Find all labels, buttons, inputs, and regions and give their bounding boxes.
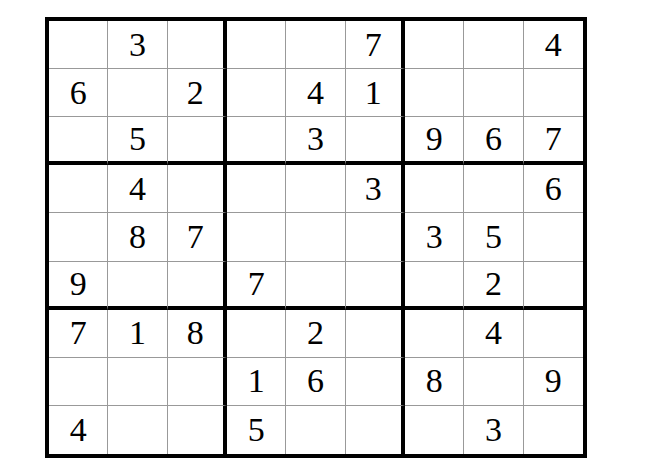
cell-r5c6[interactable] [346, 213, 405, 261]
given-digit: 3 [365, 172, 382, 206]
given-digit: 6 [485, 122, 502, 156]
given-digit: 1 [129, 316, 146, 350]
given-digit: 7 [365, 28, 382, 62]
given-digit: 5 [248, 413, 265, 447]
cell-r8c1[interactable] [49, 358, 108, 406]
given-digit: 8 [426, 364, 443, 398]
given-digit: 4 [545, 28, 562, 62]
cell-r7c6[interactable] [346, 310, 405, 358]
given-digit: 9 [426, 122, 443, 156]
given-digit: 9 [70, 267, 87, 301]
cell-r8c4[interactable]: 1 [227, 358, 286, 406]
cell-r4c6[interactable]: 3 [346, 165, 405, 213]
cell-r5c9[interactable] [524, 213, 583, 261]
given-digit: 6 [70, 76, 87, 110]
cell-r5c3[interactable]: 7 [168, 213, 227, 261]
cell-r9c4[interactable]: 5 [227, 406, 286, 454]
cell-r5c8[interactable]: 5 [464, 213, 523, 261]
given-digit: 3 [485, 413, 502, 447]
cell-r6c3[interactable] [168, 262, 227, 310]
given-digit: 6 [307, 364, 324, 398]
cell-r8c2[interactable] [108, 358, 167, 406]
given-digit: 4 [70, 413, 87, 447]
cell-r7c9[interactable] [524, 310, 583, 358]
cell-r6c7[interactable] [405, 262, 464, 310]
cell-r3c8[interactable]: 6 [464, 117, 523, 165]
cell-r4c5[interactable] [286, 165, 345, 213]
cell-r3c6[interactable] [346, 117, 405, 165]
cell-r3c5[interactable]: 3 [286, 117, 345, 165]
given-digit: 4 [485, 316, 502, 350]
cell-r7c7[interactable] [405, 310, 464, 358]
cell-r5c2[interactable]: 8 [108, 213, 167, 261]
cell-r7c2[interactable]: 1 [108, 310, 167, 358]
cell-r3c2[interactable]: 5 [108, 117, 167, 165]
cell-r3c9[interactable]: 7 [524, 117, 583, 165]
cell-r8c5[interactable]: 6 [286, 358, 345, 406]
cell-r1c3[interactable] [168, 21, 227, 69]
cell-r6c5[interactable] [286, 262, 345, 310]
cell-r3c4[interactable] [227, 117, 286, 165]
cell-r1c5[interactable] [286, 21, 345, 69]
cell-r2c6[interactable]: 1 [346, 69, 405, 117]
cell-r3c1[interactable] [49, 117, 108, 165]
cell-r9c3[interactable] [168, 406, 227, 454]
given-digit: 7 [545, 122, 562, 156]
cell-r9c9[interactable] [524, 406, 583, 454]
cell-r6c1[interactable]: 9 [49, 262, 108, 310]
cell-r7c3[interactable]: 8 [168, 310, 227, 358]
given-digit: 3 [129, 28, 146, 62]
cell-r1c2[interactable]: 3 [108, 21, 167, 69]
cell-r8c7[interactable]: 8 [405, 358, 464, 406]
given-digit: 7 [187, 220, 204, 254]
cell-r7c5[interactable]: 2 [286, 310, 345, 358]
cell-r1c7[interactable] [405, 21, 464, 69]
cell-r2c7[interactable] [405, 69, 464, 117]
given-digit: 2 [307, 316, 324, 350]
cell-r1c4[interactable] [227, 21, 286, 69]
cell-r8c8[interactable] [464, 358, 523, 406]
cell-r4c2[interactable]: 4 [108, 165, 167, 213]
cell-r9c1[interactable]: 4 [49, 406, 108, 454]
cell-r7c1[interactable]: 7 [49, 310, 108, 358]
cell-r5c1[interactable] [49, 213, 108, 261]
cell-r3c7[interactable]: 9 [405, 117, 464, 165]
cell-r8c6[interactable] [346, 358, 405, 406]
sudoku-board: 3746241539674368735972718241689453 [45, 17, 587, 458]
given-digit: 7 [248, 267, 265, 301]
cell-r5c5[interactable] [286, 213, 345, 261]
given-digit: 5 [129, 122, 146, 156]
cell-r6c6[interactable] [346, 262, 405, 310]
cell-r1c9[interactable]: 4 [524, 21, 583, 69]
cell-r2c9[interactable] [524, 69, 583, 117]
cell-r6c4[interactable]: 7 [227, 262, 286, 310]
cell-r9c6[interactable] [346, 406, 405, 454]
cell-r4c1[interactable] [49, 165, 108, 213]
given-digit: 2 [187, 76, 204, 110]
cell-r9c5[interactable] [286, 406, 345, 454]
cell-r2c3[interactable]: 2 [168, 69, 227, 117]
given-digit: 3 [307, 122, 324, 156]
cell-r7c4[interactable] [227, 310, 286, 358]
cell-r4c7[interactable] [405, 165, 464, 213]
given-digit: 4 [307, 76, 324, 110]
cell-r4c3[interactable] [168, 165, 227, 213]
cell-r2c8[interactable] [464, 69, 523, 117]
cell-r1c8[interactable] [464, 21, 523, 69]
cell-r1c6[interactable]: 7 [346, 21, 405, 69]
cell-r5c7[interactable]: 3 [405, 213, 464, 261]
cell-r9c7[interactable] [405, 406, 464, 454]
cell-r7c8[interactable]: 4 [464, 310, 523, 358]
cell-r4c8[interactable] [464, 165, 523, 213]
given-digit: 3 [426, 220, 443, 254]
given-digit: 8 [187, 316, 204, 350]
given-digit: 4 [129, 172, 146, 206]
cell-r2c5[interactable]: 4 [286, 69, 345, 117]
cell-r4c4[interactable] [227, 165, 286, 213]
cell-r9c2[interactable] [108, 406, 167, 454]
given-digit: 6 [545, 172, 562, 206]
cell-r3c3[interactable] [168, 117, 227, 165]
given-digit: 1 [365, 76, 382, 110]
given-digit: 2 [485, 267, 502, 301]
given-digit: 7 [70, 316, 87, 350]
cell-r9c8[interactable]: 3 [464, 406, 523, 454]
cell-r8c3[interactable] [168, 358, 227, 406]
cell-r2c4[interactable] [227, 69, 286, 117]
cell-r6c2[interactable] [108, 262, 167, 310]
given-digit: 8 [129, 220, 146, 254]
cell-r1c1[interactable] [49, 21, 108, 69]
cell-r2c2[interactable] [108, 69, 167, 117]
cell-r8c9[interactable]: 9 [524, 358, 583, 406]
given-digit: 1 [248, 364, 265, 398]
cell-r5c4[interactable] [227, 213, 286, 261]
given-digit: 5 [485, 220, 502, 254]
given-digit: 9 [545, 364, 562, 398]
cell-r6c8[interactable]: 2 [464, 262, 523, 310]
cell-r6c9[interactable] [524, 262, 583, 310]
cell-r2c1[interactable]: 6 [49, 69, 108, 117]
cell-r4c9[interactable]: 6 [524, 165, 583, 213]
